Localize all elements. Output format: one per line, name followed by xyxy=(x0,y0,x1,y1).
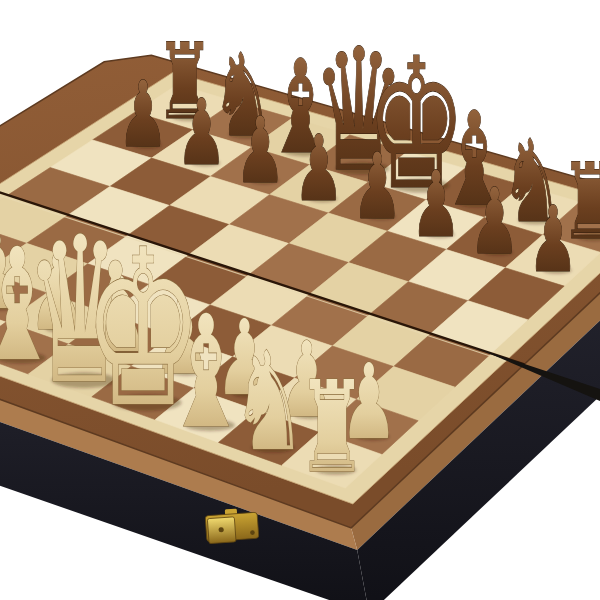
piece-black-pawn-b7[interactable]: ♟ xyxy=(176,80,227,186)
piece-black-pawn-c7[interactable]: ♟ xyxy=(235,98,286,204)
piece-black-pawn-h7[interactable]: ♟ xyxy=(528,187,579,293)
piece-black-pawn-f7[interactable]: ♟ xyxy=(411,151,462,257)
piece-white-rook-h1[interactable]: ♜ xyxy=(297,354,367,501)
piece-black-pawn-d7[interactable]: ♟ xyxy=(294,116,345,222)
product-photo: ♜♞♝♛♚♝♞♜♟♟♟♟♟♟♟♟♟♟♟♟♟♟♟♟♜♞♝♛♚♝♞♜ xyxy=(0,0,600,600)
piece-black-pawn-e7[interactable]: ♟ xyxy=(352,133,403,239)
piece-black-pawn-a7[interactable]: ♟ xyxy=(118,62,169,168)
piece-white-knight-g1[interactable]: ♞ xyxy=(231,322,307,481)
piece-black-pawn-g7[interactable]: ♟ xyxy=(469,169,520,275)
chess-set-photo: ♜♞♝♛♚♝♞♜♟♟♟♟♟♟♟♟♟♟♟♟♟♟♟♟♜♞♝♛♚♝♞♜ xyxy=(0,0,600,600)
